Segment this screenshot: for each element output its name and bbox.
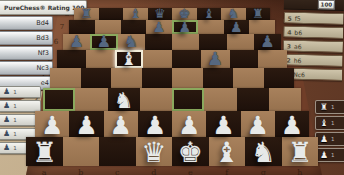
board-square-e6[interactable] — [172, 34, 199, 50]
move-text: h6 — [294, 56, 302, 63]
captured-count: 1 — [331, 152, 335, 158]
captured-count: 1 — [13, 145, 17, 151]
black-pawn-f5[interactable]: ♟ — [207, 50, 223, 68]
white-rook-icon: ♜ — [320, 103, 328, 112]
captured-count: 1 — [331, 120, 335, 126]
move-row[interactable]: 5 f5 — [283, 12, 343, 25]
right-panel-header: 100 — [284, 0, 344, 11]
black-pawn-icon: ♟ — [3, 130, 10, 138]
board-square-d3[interactable] — [140, 88, 172, 111]
rating-badge: 100 — [318, 0, 335, 10]
move-text: Nc6 — [293, 70, 305, 77]
captured-count: 1 — [13, 103, 17, 109]
captured-row: ♜ 1 — [315, 100, 344, 114]
black-pawn-a6[interactable]: ♟ — [69, 34, 83, 50]
move-number: 5 — [287, 14, 291, 21]
file-label-c: c — [115, 168, 119, 175]
board-square-h3[interactable] — [269, 88, 301, 111]
black-pawn-icon: ♟ — [3, 102, 10, 110]
board-square-d6[interactable] — [145, 34, 172, 50]
white-pawn-h2[interactable]: ♟ — [281, 113, 303, 138]
board-square-e5[interactable] — [172, 50, 201, 68]
black-pawn-icon: ♟ — [3, 116, 10, 124]
file-label-b: b — [78, 168, 83, 175]
white-pawn-icon: ♟ — [320, 135, 328, 144]
black-king-e8[interactable]: ♚ — [178, 7, 190, 20]
board-square-c1[interactable] — [99, 137, 136, 166]
move-row[interactable]: Bd4 — [0, 16, 53, 30]
captured-row: ♟ 1 — [315, 148, 344, 162]
captured-count: 1 — [13, 131, 17, 137]
board-square-h4[interactable] — [264, 68, 295, 88]
captured-row: ♟ 1 — [315, 132, 344, 146]
board-square-h5[interactable] — [258, 50, 287, 68]
board-square-a4[interactable] — [50, 68, 81, 88]
board-square-b1[interactable] — [63, 137, 100, 166]
captured-count: 1 — [331, 136, 335, 142]
white-pawn-f2[interactable]: ♟ — [212, 113, 234, 138]
move-number: 4 — [287, 28, 291, 35]
board-square-f4[interactable] — [203, 68, 234, 88]
board-square-g3[interactable] — [237, 88, 269, 111]
move-row[interactable]: Nf3 — [0, 46, 53, 60]
black-pawn-g7[interactable]: ♟ — [230, 20, 243, 34]
move-text: f5 — [295, 14, 301, 21]
captured-row: ♝ 1 — [315, 116, 344, 130]
board-square-b5[interactable] — [86, 50, 115, 68]
board-square-e3[interactable] — [172, 88, 204, 111]
white-pawn-g2[interactable]: ♟ — [246, 113, 268, 138]
captured-count: 1 — [13, 117, 17, 123]
black-pawn-b6[interactable]: ♟ — [97, 34, 111, 50]
board-square-e4[interactable] — [172, 68, 203, 88]
black-bishop-c8[interactable]: ♝ — [129, 7, 141, 20]
right-captured-tray: ♜ 1 ♝ 1 ♟ 1 ♟ 1 — [315, 100, 344, 162]
board-square-a5[interactable] — [57, 50, 86, 68]
white-king-e1[interactable]: ♚ — [178, 139, 203, 167]
board-square-b3[interactable] — [75, 88, 107, 111]
board-square-a3[interactable] — [43, 88, 75, 111]
white-pawn-d2[interactable]: ♟ — [144, 113, 166, 138]
black-pawn-e7[interactable]: ♟ — [179, 20, 192, 34]
board-square-g6[interactable] — [227, 34, 254, 50]
move-row[interactable]: Bd3 — [0, 31, 53, 45]
board-square-c4[interactable] — [111, 68, 142, 88]
white-bishop-c5[interactable]: ♝ — [121, 50, 137, 68]
rank-label-6: 6 — [54, 38, 58, 46]
board-square-b4[interactable] — [81, 68, 112, 88]
white-pawn-b2[interactable]: ♟ — [75, 113, 97, 138]
rank-label-7: 7 — [60, 23, 64, 31]
white-knight-g1[interactable]: ♞ — [251, 139, 276, 167]
white-rook-h1[interactable]: ♜ — [287, 139, 312, 167]
black-bishop-f8[interactable]: ♝ — [203, 7, 215, 20]
white-rook-a1[interactable]: ♜ — [32, 139, 57, 167]
left-move-list: Bd4 Bd3 Nf3 Nc3 e4 — [0, 16, 53, 90]
board-square-g4[interactable] — [233, 68, 264, 88]
board-square-d4[interactable] — [142, 68, 173, 88]
black-rook-a8[interactable]: ♜ — [80, 7, 92, 20]
board-square-d5[interactable] — [143, 50, 172, 68]
black-pawn-icon: ♟ — [3, 144, 10, 152]
move-row[interactable]: 2 h6 — [282, 54, 342, 67]
black-knight-g8[interactable]: ♞ — [227, 7, 239, 20]
board-square-g5[interactable] — [230, 50, 259, 68]
black-pawn-h6[interactable]: ♟ — [260, 34, 274, 50]
captured-count: 1 — [13, 89, 17, 95]
white-pawn-a2[interactable]: ♟ — [41, 113, 63, 138]
move-row[interactable]: 4 b6 — [283, 26, 343, 39]
white-knight-c3[interactable]: ♞ — [114, 90, 134, 112]
player-name-rating: PureChess® Rating 100 — [0, 4, 84, 11]
pure-chess-screen: 87654321abcdefgh♜♝♛♚♝♞♜♟♟♟♟♟♞♟♝♟♞♟♟♟♟♟♟♟… — [0, 0, 344, 175]
board-square-f3[interactable] — [204, 88, 236, 111]
black-pawn-icon: ♟ — [3, 88, 10, 96]
white-bishop-icon: ♝ — [320, 119, 328, 128]
white-pawn-c2[interactable]: ♟ — [109, 113, 131, 138]
board-square-b8[interactable] — [99, 8, 124, 20]
board-square-f7[interactable] — [198, 20, 224, 34]
captured-count: 1 — [331, 104, 335, 110]
black-pawn-d7[interactable]: ♟ — [153, 20, 166, 34]
white-queen-d1[interactable]: ♛ — [141, 139, 166, 167]
move-text: a6 — [294, 42, 302, 49]
move-row[interactable]: 3 a6 — [283, 40, 343, 53]
black-rook-h8[interactable]: ♜ — [252, 7, 264, 20]
move-row[interactable]: Nc3 — [0, 61, 53, 75]
move-number: 2 — [286, 56, 290, 63]
white-bishop-f1[interactable]: ♝ — [214, 139, 239, 167]
move-text: b6 — [294, 28, 302, 35]
white-pawn-e2[interactable]: ♟ — [178, 113, 200, 138]
move-number: 3 — [287, 42, 291, 49]
white-pawn-icon: ♟ — [320, 151, 328, 160]
black-queen-d8[interactable]: ♛ — [154, 7, 166, 20]
captured-row: ♟ 1 — [0, 86, 41, 98]
